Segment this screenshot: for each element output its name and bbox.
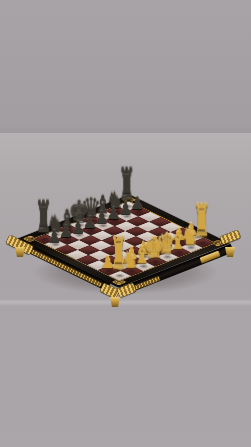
product-photo: ♜♟♟♜♞♟♟♞♝♟♟♝♛♟♟♛♚♟♟♚♝♟♟♝♞♟♟♞♜♟♟♜: [0, 0, 251, 447]
dark-pawn: ♟: [47, 228, 61, 245]
studio-wall: [0, 0, 251, 133]
piece-anchor: ♜: [113, 274, 124, 279]
piece-anchor: ♟: [49, 242, 60, 247]
piece-anchor: ♟: [73, 233, 84, 238]
gold-rook: ♜: [110, 231, 127, 276]
piece-anchor: ♟: [61, 238, 72, 243]
